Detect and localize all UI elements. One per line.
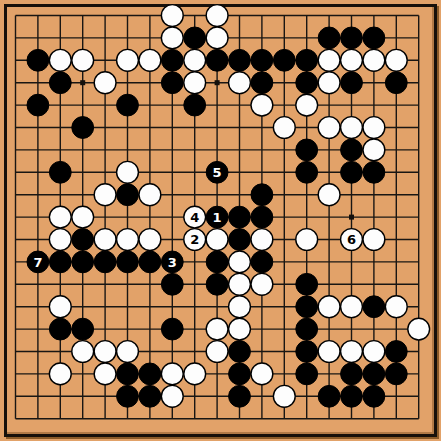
white-stone[interactable] bbox=[49, 49, 71, 71]
black-stone[interactable] bbox=[296, 273, 318, 295]
white-stone[interactable] bbox=[206, 5, 228, 27]
move-number-1: 1 bbox=[213, 210, 222, 225]
black-stone[interactable] bbox=[296, 139, 318, 161]
white-stone[interactable] bbox=[251, 363, 273, 385]
black-stone[interactable] bbox=[363, 385, 385, 407]
white-stone[interactable] bbox=[117, 161, 139, 183]
white-stone[interactable] bbox=[117, 229, 139, 251]
white-stone[interactable] bbox=[318, 296, 340, 318]
white-stone[interactable] bbox=[229, 273, 251, 295]
white-stone[interactable] bbox=[72, 341, 94, 363]
white-stone[interactable] bbox=[139, 229, 161, 251]
black-stone[interactable] bbox=[27, 49, 49, 71]
black-stone[interactable] bbox=[72, 318, 94, 340]
black-stone[interactable] bbox=[318, 27, 340, 49]
black-stone[interactable] bbox=[161, 273, 183, 295]
black-stone[interactable] bbox=[161, 49, 183, 71]
black-stone[interactable] bbox=[363, 27, 385, 49]
white-stone[interactable] bbox=[363, 117, 385, 139]
white-stone[interactable] bbox=[363, 229, 385, 251]
white-stone[interactable] bbox=[363, 49, 385, 71]
black-stone[interactable] bbox=[251, 49, 273, 71]
white-stone[interactable] bbox=[184, 72, 206, 94]
black-stone[interactable] bbox=[363, 363, 385, 385]
black-stone[interactable] bbox=[363, 161, 385, 183]
black-stone[interactable] bbox=[251, 72, 273, 94]
white-stone[interactable] bbox=[296, 229, 318, 251]
white-stone[interactable] bbox=[139, 49, 161, 71]
black-stone[interactable] bbox=[341, 363, 363, 385]
white-stone[interactable] bbox=[363, 341, 385, 363]
black-stone[interactable] bbox=[49, 72, 71, 94]
star-point bbox=[215, 80, 220, 85]
move-number-3: 3 bbox=[168, 255, 177, 270]
star-point bbox=[349, 215, 354, 220]
white-stone[interactable] bbox=[49, 229, 71, 251]
black-stone[interactable] bbox=[341, 72, 363, 94]
white-stone[interactable] bbox=[206, 341, 228, 363]
black-stone[interactable] bbox=[251, 184, 273, 206]
black-stone[interactable] bbox=[341, 161, 363, 183]
white-stone[interactable] bbox=[206, 27, 228, 49]
white-stone[interactable] bbox=[229, 318, 251, 340]
black-stone[interactable] bbox=[117, 385, 139, 407]
go-board[interactable]: 1234567 bbox=[0, 0, 441, 441]
white-stone[interactable] bbox=[341, 49, 363, 71]
black-stone[interactable] bbox=[385, 341, 407, 363]
go-board-diagram: 1234567 bbox=[0, 0, 441, 441]
black-stone[interactable] bbox=[296, 363, 318, 385]
black-stone[interactable] bbox=[72, 251, 94, 273]
white-stone[interactable] bbox=[341, 296, 363, 318]
black-stone[interactable] bbox=[72, 117, 94, 139]
black-stone[interactable] bbox=[296, 296, 318, 318]
black-stone[interactable] bbox=[341, 385, 363, 407]
black-stone[interactable] bbox=[251, 251, 273, 273]
black-stone[interactable] bbox=[229, 363, 251, 385]
black-stone[interactable] bbox=[161, 318, 183, 340]
black-stone[interactable] bbox=[139, 385, 161, 407]
white-stone[interactable] bbox=[94, 363, 116, 385]
white-stone[interactable] bbox=[408, 318, 430, 340]
white-stone[interactable] bbox=[161, 27, 183, 49]
white-stone[interactable] bbox=[94, 184, 116, 206]
black-stone[interactable] bbox=[94, 251, 116, 273]
white-stone[interactable] bbox=[363, 139, 385, 161]
black-stone[interactable] bbox=[117, 363, 139, 385]
white-stone[interactable] bbox=[206, 318, 228, 340]
black-stone[interactable] bbox=[139, 251, 161, 273]
black-stone[interactable] bbox=[117, 251, 139, 273]
black-stone[interactable] bbox=[184, 27, 206, 49]
white-stone[interactable] bbox=[385, 49, 407, 71]
white-stone[interactable] bbox=[206, 229, 228, 251]
white-stone[interactable] bbox=[184, 49, 206, 71]
white-stone[interactable] bbox=[318, 49, 340, 71]
black-stone[interactable] bbox=[318, 385, 340, 407]
white-stone[interactable] bbox=[94, 229, 116, 251]
white-stone[interactable] bbox=[229, 251, 251, 273]
white-stone[interactable] bbox=[72, 49, 94, 71]
white-stone[interactable] bbox=[117, 49, 139, 71]
white-stone[interactable] bbox=[318, 117, 340, 139]
black-stone[interactable] bbox=[273, 49, 295, 71]
move-number-4: 4 bbox=[190, 210, 199, 225]
white-stone[interactable] bbox=[251, 273, 273, 295]
black-stone[interactable] bbox=[341, 27, 363, 49]
white-stone[interactable] bbox=[318, 184, 340, 206]
white-stone[interactable] bbox=[94, 341, 116, 363]
black-stone[interactable] bbox=[385, 363, 407, 385]
black-stone[interactable] bbox=[363, 296, 385, 318]
white-stone[interactable] bbox=[49, 296, 71, 318]
black-stone[interactable] bbox=[296, 318, 318, 340]
white-stone[interactable] bbox=[318, 72, 340, 94]
black-stone[interactable] bbox=[229, 49, 251, 71]
black-stone[interactable] bbox=[341, 139, 363, 161]
black-stone[interactable] bbox=[139, 363, 161, 385]
white-stone[interactable] bbox=[184, 363, 206, 385]
white-stone[interactable] bbox=[273, 385, 295, 407]
move-number-6: 6 bbox=[347, 232, 356, 247]
move-number-2: 2 bbox=[190, 232, 199, 247]
white-stone[interactable] bbox=[251, 94, 273, 116]
black-stone[interactable] bbox=[296, 341, 318, 363]
white-stone[interactable] bbox=[341, 341, 363, 363]
black-stone[interactable] bbox=[72, 229, 94, 251]
star-point bbox=[80, 80, 85, 85]
black-stone[interactable] bbox=[161, 72, 183, 94]
white-stone[interactable] bbox=[49, 363, 71, 385]
white-stone[interactable] bbox=[161, 385, 183, 407]
black-stone[interactable] bbox=[27, 94, 49, 116]
black-stone[interactable] bbox=[296, 161, 318, 183]
black-stone[interactable] bbox=[296, 49, 318, 71]
black-stone[interactable] bbox=[385, 72, 407, 94]
black-stone[interactable] bbox=[49, 251, 71, 273]
white-stone[interactable] bbox=[229, 72, 251, 94]
black-stone[interactable] bbox=[184, 94, 206, 116]
white-stone[interactable] bbox=[385, 296, 407, 318]
black-stone[interactable] bbox=[251, 206, 273, 228]
black-stone[interactable] bbox=[206, 251, 228, 273]
white-stone[interactable] bbox=[139, 184, 161, 206]
black-stone[interactable] bbox=[229, 385, 251, 407]
white-stone[interactable] bbox=[117, 341, 139, 363]
black-stone[interactable] bbox=[206, 273, 228, 295]
black-stone[interactable] bbox=[117, 94, 139, 116]
white-stone[interactable] bbox=[94, 72, 116, 94]
black-stone[interactable] bbox=[229, 341, 251, 363]
move-number-7: 7 bbox=[33, 255, 42, 270]
white-stone[interactable] bbox=[341, 117, 363, 139]
move-number-5: 5 bbox=[213, 165, 222, 180]
black-stone[interactable] bbox=[117, 184, 139, 206]
white-stone[interactable] bbox=[161, 363, 183, 385]
white-stone[interactable] bbox=[296, 94, 318, 116]
black-stone[interactable] bbox=[229, 206, 251, 228]
black-stone[interactable] bbox=[49, 318, 71, 340]
white-stone[interactable] bbox=[251, 229, 273, 251]
white-stone[interactable] bbox=[229, 296, 251, 318]
white-stone[interactable] bbox=[49, 206, 71, 228]
black-stone[interactable] bbox=[206, 49, 228, 71]
white-stone[interactable] bbox=[318, 341, 340, 363]
black-stone[interactable] bbox=[49, 161, 71, 183]
white-stone[interactable] bbox=[273, 117, 295, 139]
black-stone[interactable] bbox=[296, 72, 318, 94]
white-stone[interactable] bbox=[161, 5, 183, 27]
black-stone[interactable] bbox=[229, 229, 251, 251]
white-stone[interactable] bbox=[72, 206, 94, 228]
